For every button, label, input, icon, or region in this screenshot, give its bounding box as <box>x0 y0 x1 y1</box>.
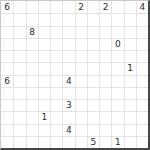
grid-cell[interactable] <box>87 50 99 62</box>
grid-cell[interactable] <box>75 124 87 136</box>
clue-cell[interactable]: 1 <box>111 136 123 148</box>
grid-cell[interactable] <box>136 111 148 123</box>
grid-cell[interactable] <box>50 38 62 50</box>
grid-cell[interactable] <box>111 50 123 62</box>
clue-number: 1 <box>127 64 133 73</box>
grid-cell[interactable] <box>50 111 62 123</box>
clue-cell[interactable]: 6 <box>1 75 13 87</box>
grid-cell[interactable] <box>124 1 136 13</box>
grid-cell[interactable] <box>38 62 50 74</box>
grid-cell[interactable] <box>99 136 111 148</box>
grid-cell[interactable] <box>62 87 74 99</box>
grid-cell[interactable] <box>124 99 136 111</box>
clue-number: 6 <box>4 3 10 12</box>
grid-cell[interactable] <box>99 38 111 50</box>
grid-cell[interactable] <box>136 124 148 136</box>
grid-cell[interactable] <box>13 99 25 111</box>
grid-cell[interactable] <box>1 124 13 136</box>
grid-cell[interactable] <box>13 87 25 99</box>
grid-cell[interactable] <box>99 75 111 87</box>
grid-cell[interactable] <box>62 111 74 123</box>
grid-cell[interactable] <box>111 111 123 123</box>
grid-cell[interactable] <box>38 50 50 62</box>
grid-cell[interactable] <box>111 62 123 74</box>
grid-cell[interactable] <box>50 26 62 38</box>
clue-number: 6 <box>4 77 10 86</box>
grid-cell[interactable] <box>26 87 38 99</box>
clue-cell[interactable]: 0 <box>111 38 123 50</box>
clue-cell[interactable]: 4 <box>62 124 74 136</box>
clue-cell[interactable]: 8 <box>26 26 38 38</box>
grid-cell[interactable] <box>124 26 136 38</box>
grid-cell[interactable] <box>13 62 25 74</box>
grid-cell[interactable] <box>1 111 13 123</box>
grid-cell[interactable] <box>13 13 25 25</box>
grid-cell[interactable] <box>13 38 25 50</box>
grid-cell[interactable] <box>1 87 13 99</box>
grid-cell[interactable] <box>1 38 13 50</box>
grid-cell[interactable] <box>26 13 38 25</box>
grid-cell[interactable] <box>13 26 25 38</box>
grid-cell[interactable] <box>1 99 13 111</box>
grid-cell[interactable] <box>13 124 25 136</box>
grid-cell[interactable] <box>13 50 25 62</box>
grid-cell[interactable] <box>75 87 87 99</box>
grid-cell[interactable] <box>124 75 136 87</box>
grid-cell[interactable] <box>75 13 87 25</box>
grid-cell[interactable] <box>50 124 62 136</box>
grid-cell[interactable] <box>136 26 148 38</box>
grid-cell[interactable] <box>136 62 148 74</box>
clue-number: 2 <box>78 3 84 12</box>
grid-cell[interactable] <box>1 26 13 38</box>
grid-cell[interactable] <box>111 75 123 87</box>
grid-cell[interactable] <box>87 75 99 87</box>
grid-cell[interactable] <box>62 38 74 50</box>
grid-cell[interactable] <box>99 26 111 38</box>
grid-cell[interactable] <box>38 99 50 111</box>
clue-number: 3 <box>66 101 72 110</box>
grid-cell[interactable] <box>50 136 62 148</box>
grid-cell[interactable] <box>111 87 123 99</box>
grid-cell[interactable] <box>62 1 74 13</box>
clue-cell[interactable]: 3 <box>62 99 74 111</box>
grid-cell[interactable] <box>75 99 87 111</box>
grid-cell[interactable] <box>124 124 136 136</box>
grid-cell[interactable] <box>99 50 111 62</box>
grid-cell[interactable] <box>87 1 99 13</box>
grid-cell[interactable] <box>75 111 87 123</box>
grid-cell[interactable] <box>38 75 50 87</box>
grid-cell[interactable] <box>124 50 136 62</box>
grid-cell[interactable] <box>50 62 62 74</box>
puzzle-board: 62248016431451 <box>0 0 150 150</box>
grid-cell[interactable] <box>50 87 62 99</box>
grid-cell[interactable] <box>75 136 87 148</box>
grid-cell[interactable] <box>62 136 74 148</box>
grid-cell[interactable] <box>99 62 111 74</box>
grid-cell[interactable] <box>111 99 123 111</box>
grid-cell[interactable] <box>62 26 74 38</box>
clue-number: 1 <box>115 138 121 147</box>
grid-cell[interactable] <box>50 99 62 111</box>
grid-cell[interactable] <box>111 26 123 38</box>
grid-cell[interactable] <box>1 50 13 62</box>
grid-cell[interactable] <box>38 26 50 38</box>
clue-number: 4 <box>66 77 72 86</box>
grid-cell[interactable] <box>136 136 148 148</box>
grid-cell[interactable] <box>1 136 13 148</box>
grid-cell[interactable] <box>99 124 111 136</box>
grid-cell[interactable] <box>26 136 38 148</box>
clue-number: 8 <box>29 28 35 37</box>
grid-cell[interactable] <box>124 111 136 123</box>
clue-cell[interactable]: 2 <box>75 1 87 13</box>
grid-cell[interactable] <box>136 38 148 50</box>
grid-cell[interactable] <box>99 13 111 25</box>
grid-cell[interactable] <box>136 50 148 62</box>
clue-cell[interactable]: 4 <box>136 1 148 13</box>
grid-cell[interactable] <box>75 26 87 38</box>
clue-number: 4 <box>66 126 72 135</box>
grid-cell[interactable] <box>136 75 148 87</box>
grid-cell[interactable] <box>111 13 123 25</box>
grid-cell[interactable] <box>136 87 148 99</box>
grid-cell[interactable] <box>87 99 99 111</box>
grid-cell[interactable] <box>62 50 74 62</box>
grid-cell[interactable] <box>26 38 38 50</box>
grid-cell[interactable] <box>87 62 99 74</box>
grid-cell[interactable] <box>50 13 62 25</box>
grid-cell[interactable] <box>124 38 136 50</box>
grid-cell[interactable] <box>62 13 74 25</box>
grid-cell[interactable] <box>13 111 25 123</box>
grid-cell[interactable] <box>136 99 148 111</box>
grid-cell[interactable] <box>38 13 50 25</box>
grid-cell[interactable] <box>87 111 99 123</box>
grid-cell[interactable] <box>50 75 62 87</box>
grid-cell[interactable] <box>38 124 50 136</box>
grid-cell[interactable] <box>87 26 99 38</box>
grid-cell[interactable] <box>87 13 99 25</box>
grid-cell[interactable] <box>124 13 136 25</box>
clue-cell[interactable]: 1 <box>38 111 50 123</box>
grid-cell[interactable] <box>75 75 87 87</box>
clue-cell[interactable]: 1 <box>124 62 136 74</box>
grid-cell[interactable] <box>111 1 123 13</box>
grid-cell[interactable] <box>38 1 50 13</box>
grid-cell[interactable] <box>75 38 87 50</box>
grid-cell[interactable] <box>136 13 148 25</box>
clue-cell[interactable]: 4 <box>62 75 74 87</box>
grid-cell[interactable] <box>26 75 38 87</box>
grid-cell[interactable] <box>99 99 111 111</box>
grid-cell[interactable] <box>87 87 99 99</box>
grid-cell[interactable] <box>13 75 25 87</box>
grid-cell[interactable] <box>1 62 13 74</box>
grid-cell[interactable] <box>26 62 38 74</box>
grid-cell[interactable] <box>62 62 74 74</box>
grid-cell[interactable] <box>38 38 50 50</box>
clue-number: 4 <box>140 3 146 12</box>
clue-number: 1 <box>42 113 48 122</box>
grid-cell[interactable] <box>99 87 111 99</box>
grid-cell[interactable] <box>38 136 50 148</box>
clue-number: 2 <box>103 3 109 12</box>
grid-cell[interactable] <box>38 87 50 99</box>
grid-cell[interactable] <box>1 13 13 25</box>
grid-cell[interactable] <box>26 111 38 123</box>
clue-number: 0 <box>115 40 121 49</box>
grid-cell[interactable] <box>26 124 38 136</box>
clue-cell[interactable]: 5 <box>87 136 99 148</box>
grid-cell[interactable] <box>124 87 136 99</box>
grid-cell[interactable] <box>26 50 38 62</box>
grid-cell[interactable] <box>124 136 136 148</box>
grid-cell[interactable] <box>75 62 87 74</box>
clue-number: 5 <box>91 138 97 147</box>
grid-cell[interactable] <box>13 136 25 148</box>
clue-cell[interactable]: 2 <box>99 1 111 13</box>
clue-cell[interactable]: 6 <box>1 1 13 13</box>
grid-cell[interactable] <box>50 50 62 62</box>
grid-cell[interactable] <box>99 111 111 123</box>
grid-cell[interactable] <box>87 38 99 50</box>
grid-cell[interactable] <box>75 50 87 62</box>
grid-cell[interactable] <box>111 124 123 136</box>
grid-cell[interactable] <box>26 1 38 13</box>
grid-cell[interactable] <box>26 99 38 111</box>
grid-cell[interactable] <box>13 1 25 13</box>
grid-cell[interactable] <box>87 124 99 136</box>
grid-cell[interactable] <box>50 1 62 13</box>
